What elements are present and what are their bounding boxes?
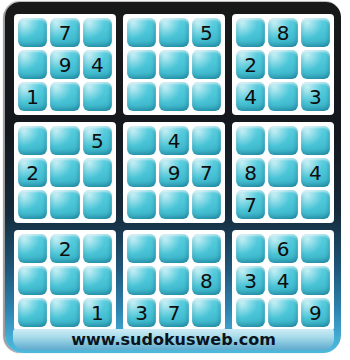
cell-r3c3[interactable]	[83, 82, 112, 111]
sudoku-box-b3: 8243	[232, 14, 334, 115]
cell-r9c1[interactable]	[18, 298, 47, 327]
cell-r9c5[interactable]: 7	[159, 298, 188, 327]
cell-r9c9[interactable]: 9	[301, 298, 330, 327]
cell-r9c4[interactable]: 3	[127, 298, 156, 327]
cell-r3c9[interactable]: 3	[301, 82, 330, 111]
cell-r2c1[interactable]	[18, 50, 47, 79]
cell-r8c6[interactable]: 8	[192, 266, 221, 295]
cell-r5c5[interactable]: 9	[159, 158, 188, 187]
cell-r9c3[interactable]: 1	[83, 298, 112, 327]
cell-r8c8[interactable]: 4	[268, 266, 297, 295]
cell-r2c8[interactable]	[268, 50, 297, 79]
cell-r2c3[interactable]: 4	[83, 50, 112, 79]
cell-r2c9[interactable]	[301, 50, 330, 79]
cell-r6c6[interactable]	[192, 190, 221, 219]
sudoku-box-b1: 7941	[14, 14, 116, 115]
cell-r6c1[interactable]	[18, 190, 47, 219]
sudoku-box-b6: 847	[232, 122, 334, 223]
cell-r5c3[interactable]	[83, 158, 112, 187]
cell-r7c5[interactable]	[159, 234, 188, 263]
cell-r7c1[interactable]	[18, 234, 47, 263]
cell-r8c2[interactable]	[50, 266, 79, 295]
cell-r4c8[interactable]	[268, 126, 297, 155]
cell-r8c1[interactable]	[18, 266, 47, 295]
cell-r5c2[interactable]	[50, 158, 79, 187]
cell-r7c8[interactable]: 6	[268, 234, 297, 263]
cell-r8c9[interactable]	[301, 266, 330, 295]
cell-r9c8[interactable]	[268, 298, 297, 327]
sudoku-box-b5: 497	[123, 122, 225, 223]
sudoku-grid: 79415824352497847218376349	[14, 14, 334, 331]
cell-r2c6[interactable]	[192, 50, 221, 79]
cell-r6c8[interactable]	[268, 190, 297, 219]
cell-r9c7[interactable]	[236, 298, 265, 327]
cell-r3c5[interactable]	[159, 82, 188, 111]
cell-r2c7[interactable]: 2	[236, 50, 265, 79]
footer-bar: www.sudokusweb.com	[13, 329, 334, 350]
cell-r5c4[interactable]	[127, 158, 156, 187]
cell-r8c3[interactable]	[83, 266, 112, 295]
cell-r4c3[interactable]: 5	[83, 126, 112, 155]
cell-r8c7[interactable]: 3	[236, 266, 265, 295]
cell-r1c3[interactable]	[83, 18, 112, 47]
sudoku-box-b4: 52	[14, 122, 116, 223]
sudoku-box-b2: 5	[123, 14, 225, 115]
cell-r1c7[interactable]	[236, 18, 265, 47]
sudoku-box-b9: 6349	[232, 230, 334, 331]
cell-r3c8[interactable]	[268, 82, 297, 111]
sudoku-screenshot: 79415824352497847218376349 www.sudokuswe…	[0, 0, 350, 360]
cell-r3c2[interactable]	[50, 82, 79, 111]
cell-r1c1[interactable]	[18, 18, 47, 47]
cell-r3c6[interactable]	[192, 82, 221, 111]
cell-r7c2[interactable]: 2	[50, 234, 79, 263]
cell-r1c8[interactable]: 8	[268, 18, 297, 47]
cell-r4c4[interactable]	[127, 126, 156, 155]
cell-r1c5[interactable]	[159, 18, 188, 47]
cell-r4c1[interactable]	[18, 126, 47, 155]
cell-r1c9[interactable]	[301, 18, 330, 47]
cell-r6c2[interactable]	[50, 190, 79, 219]
cell-r5c8[interactable]	[268, 158, 297, 187]
cell-r3c1[interactable]: 1	[18, 82, 47, 111]
website-url: www.sudokusweb.com	[71, 330, 276, 349]
cell-r7c7[interactable]	[236, 234, 265, 263]
cell-r7c9[interactable]	[301, 234, 330, 263]
cell-r8c4[interactable]	[127, 266, 156, 295]
cell-r6c4[interactable]	[127, 190, 156, 219]
cell-r5c9[interactable]: 4	[301, 158, 330, 187]
cell-r7c6[interactable]	[192, 234, 221, 263]
cell-r4c2[interactable]	[50, 126, 79, 155]
cell-r1c6[interactable]: 5	[192, 18, 221, 47]
cell-r2c2[interactable]: 9	[50, 50, 79, 79]
cell-r5c1[interactable]: 2	[18, 158, 47, 187]
cell-r5c6[interactable]: 7	[192, 158, 221, 187]
cell-r1c2[interactable]: 7	[50, 18, 79, 47]
cell-r4c5[interactable]: 4	[159, 126, 188, 155]
cell-r4c7[interactable]	[236, 126, 265, 155]
cell-r1c4[interactable]	[127, 18, 156, 47]
cell-r6c9[interactable]	[301, 190, 330, 219]
cell-r2c4[interactable]	[127, 50, 156, 79]
cell-r7c4[interactable]	[127, 234, 156, 263]
cell-r2c5[interactable]	[159, 50, 188, 79]
sudoku-box-b7: 21	[14, 230, 116, 331]
cell-r6c3[interactable]	[83, 190, 112, 219]
cell-r6c7[interactable]: 7	[236, 190, 265, 219]
sudoku-box-b8: 837	[123, 230, 225, 331]
sudoku-board: 79415824352497847218376349 www.sudokuswe…	[5, 2, 341, 353]
cell-r3c4[interactable]	[127, 82, 156, 111]
cell-r9c6[interactable]	[192, 298, 221, 327]
cell-r4c9[interactable]	[301, 126, 330, 155]
cell-r3c7[interactable]: 4	[236, 82, 265, 111]
cell-r4c6[interactable]	[192, 126, 221, 155]
cell-r9c2[interactable]	[50, 298, 79, 327]
cell-r7c3[interactable]	[83, 234, 112, 263]
cell-r6c5[interactable]	[159, 190, 188, 219]
cell-r5c7[interactable]: 8	[236, 158, 265, 187]
cell-r8c5[interactable]	[159, 266, 188, 295]
